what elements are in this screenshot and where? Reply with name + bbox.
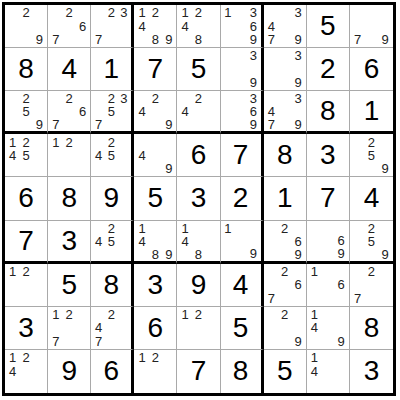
pencil-mark: 1 [308, 265, 321, 278]
pencil-mark: 2 [365, 135, 379, 148]
cell-r6c8[interactable]: 69 [307, 221, 350, 264]
pencil-mark: 7 [49, 335, 62, 348]
big-digit: 2 [320, 55, 336, 83]
pencil-marks: 49 [135, 135, 175, 175]
cell-r9c4[interactable]: 12 [134, 350, 177, 393]
pencil-mark: 2 [19, 265, 32, 278]
pencil-marks: 3479 [265, 6, 305, 46]
pencil-mark: 7 [49, 118, 62, 131]
pencil-mark: 2 [62, 6, 75, 19]
pencil-mark: 1 [308, 308, 321, 321]
big-digit: 7 [148, 55, 164, 83]
pencil-mark: 7 [351, 33, 365, 46]
cell-r7c9[interactable]: 27 [350, 264, 393, 307]
pencil-mark: 4 [265, 19, 278, 32]
pencil-mark: 9 [162, 162, 175, 175]
big-digit: 3 [18, 314, 34, 342]
pencil-mark: 3 [247, 6, 260, 19]
pencil-marks: 39 [222, 49, 260, 89]
pencil-marks: 12 [178, 308, 218, 348]
big-digit: 5 [61, 271, 77, 299]
cell-r1c7[interactable]: 3479 [264, 5, 307, 48]
big-digit: 8 [233, 357, 249, 385]
pencil-marks: 127 [49, 308, 89, 348]
big-digit: 6 [18, 184, 34, 212]
pencil-mark: 2 [105, 6, 118, 19]
pencil-marks: 245 [92, 222, 130, 260]
pencil-mark: 6 [335, 278, 348, 291]
big-digit: 7 [191, 357, 207, 385]
pencil-mark: 3 [291, 6, 304, 19]
cell-r7c4[interactable]: 3 [134, 264, 177, 307]
pencil-marks: 12 [6, 265, 46, 305]
cell-r6c9[interactable]: 259 [350, 221, 393, 264]
pencil-mark: 1 [6, 351, 19, 365]
big-digit: 5 [277, 357, 293, 385]
cell-r1c5[interactable]: 1248 [177, 5, 220, 48]
pencil-mark: 1 [178, 308, 191, 321]
cell-r8c5[interactable]: 12 [177, 307, 220, 350]
pencil-mark: 4 [6, 365, 19, 379]
pencil-mark: 2 [278, 265, 291, 278]
pencil-mark: 1 [308, 351, 321, 365]
pencil-mark: 9 [291, 118, 304, 131]
big-digit: 4 [233, 271, 249, 299]
big-digit: 3 [61, 227, 77, 255]
pencil-mark: 2 [149, 351, 162, 365]
pencil-mark: 9 [162, 118, 175, 131]
pencil-mark: 7 [265, 33, 278, 46]
cell-r7c2[interactable]: 5 [48, 264, 91, 307]
pencil-mark: 2 [105, 135, 118, 148]
big-digit: 6 [191, 141, 207, 169]
cell-r3c6[interactable]: 369 [221, 91, 264, 134]
pencil-mark: 9 [247, 118, 260, 131]
pencil-marks: 249 [135, 92, 175, 130]
pencil-mark: 2 [105, 222, 118, 235]
cell-r6c1[interactable]: 7 [5, 221, 48, 264]
pencil-mark: 6 [76, 105, 89, 118]
pencil-mark: 9 [33, 33, 46, 46]
pencil-mark: 7 [265, 118, 278, 131]
pencil-mark: 4 [135, 105, 148, 118]
pencil-marks: 148 [178, 222, 218, 260]
big-digit: 8 [18, 55, 34, 83]
big-digit: 6 [364, 55, 380, 83]
cell-r6c4[interactable]: 1489 [134, 221, 177, 264]
big-digit: 6 [148, 314, 164, 342]
cell-r3c2[interactable]: 267 [48, 91, 91, 134]
cell-r5c3[interactable]: 9 [91, 177, 134, 220]
pencil-mark: 9 [378, 33, 392, 46]
cell-r3c7[interactable]: 3479 [264, 91, 307, 134]
pencil-mark: 9 [291, 248, 304, 261]
pencil-mark: 9 [291, 33, 304, 46]
pencil-mark: 1 [222, 6, 235, 19]
pencil-mark: 5 [365, 149, 379, 162]
pencil-mark: 1 [135, 6, 148, 19]
pencil-mark: 3 [118, 92, 131, 105]
cell-r1c6[interactable]: 1369 [221, 5, 264, 48]
pencil-mark: 6 [247, 19, 260, 32]
pencil-marks: 12489 [135, 6, 175, 46]
pencil-mark: 4 [92, 235, 105, 248]
cell-r9c5[interactable]: 7 [177, 350, 220, 393]
cell-r4c6[interactable]: 7 [221, 134, 264, 177]
cell-r1c2[interactable]: 267 [48, 5, 91, 48]
pencil-marks: 27 [351, 265, 392, 305]
pencil-mark: 2 [19, 351, 32, 365]
cell-r9c1[interactable]: 124 [5, 350, 48, 393]
cell-r4c8[interactable]: 3 [307, 134, 350, 177]
cell-r9c6[interactable]: 8 [221, 350, 264, 393]
pencil-mark: 2 [278, 308, 291, 321]
pencil-marks: 1248 [178, 6, 218, 46]
pencil-mark: 8 [149, 248, 162, 261]
pencil-mark: 8 [192, 248, 205, 261]
pencil-mark: 6 [291, 235, 304, 248]
pencil-marks: 69 [308, 222, 348, 260]
big-digit: 8 [364, 314, 380, 342]
pencil-marks: 14 [308, 351, 348, 392]
pencil-marks: 247 [92, 308, 130, 348]
big-digit: 5 [191, 55, 207, 83]
cell-r2c7[interactable]: 39 [264, 48, 307, 91]
pencil-mark: 7 [265, 291, 278, 304]
cell-r5c9[interactable]: 4 [350, 177, 393, 220]
big-digit: 7 [18, 227, 34, 255]
pencil-marks: 29 [6, 6, 46, 46]
big-digit: 2 [233, 184, 249, 212]
pencil-mark: 6 [291, 278, 304, 291]
cell-r6c2[interactable]: 3 [48, 221, 91, 264]
pencil-mark: 2 [62, 135, 75, 148]
cell-r9c2[interactable]: 9 [48, 350, 91, 393]
pencil-mark: 6 [335, 234, 348, 247]
pencil-mark: 8 [149, 33, 162, 46]
pencil-marks: 3479 [265, 92, 305, 130]
big-digit: 3 [191, 184, 207, 212]
pencil-marks: 149 [308, 308, 348, 348]
cell-r7c5[interactable]: 9 [177, 264, 220, 307]
pencil-marks: 24 [178, 92, 218, 130]
big-digit: 4 [61, 55, 77, 83]
cell-r4c3[interactable]: 245 [91, 134, 134, 177]
pencil-mark: 1 [178, 222, 191, 235]
big-digit: 8 [277, 141, 293, 169]
cell-r8c8[interactable]: 149 [307, 307, 350, 350]
pencil-marks: 267 [265, 265, 305, 305]
pencil-mark: 5 [105, 149, 118, 162]
pencil-mark: 2 [149, 92, 162, 105]
big-digit: 3 [320, 141, 336, 169]
big-digit: 4 [364, 184, 380, 212]
pencil-marks: 12 [135, 351, 175, 392]
pencil-mark: 2 [19, 6, 32, 19]
cell-r5c5[interactable]: 3 [177, 177, 220, 220]
cell-r1c8[interactable]: 5 [307, 5, 350, 48]
pencil-marks: 19 [222, 222, 260, 260]
pencil-mark: 2 [192, 6, 205, 19]
cell-r9c7[interactable]: 5 [264, 350, 307, 393]
pencil-mark: 1 [222, 222, 235, 235]
cell-r8c6[interactable]: 5 [221, 307, 264, 350]
pencil-mark: 9 [247, 33, 260, 46]
pencil-mark: 7 [92, 118, 105, 131]
pencil-mark: 5 [19, 149, 32, 162]
pencil-marks: 1245 [6, 135, 46, 175]
cell-r5c6[interactable]: 2 [221, 177, 264, 220]
pencil-mark: 6 [76, 19, 89, 32]
big-digit: 3 [148, 271, 164, 299]
pencil-marks: 12 [49, 135, 89, 175]
cell-r5c7[interactable]: 1 [264, 177, 307, 220]
pencil-marks: 259 [6, 92, 46, 130]
big-digit: 1 [103, 55, 119, 83]
pencil-mark: 3 [291, 49, 304, 62]
pencil-mark: 4 [6, 149, 19, 162]
big-digit: 8 [320, 97, 336, 125]
big-digit: 5 [320, 12, 336, 40]
pencil-marks: 269 [265, 222, 305, 260]
cell-r7c3[interactable]: 8 [91, 264, 134, 307]
cell-r1c1[interactable]: 29 [5, 5, 48, 48]
pencil-mark: 4 [178, 19, 191, 32]
pencil-mark: 7 [92, 33, 105, 46]
cell-r4c5[interactable]: 6 [177, 134, 220, 177]
cell-r8c7[interactable]: 29 [264, 307, 307, 350]
pencil-mark: 9 [378, 248, 392, 261]
pencil-mark: 9 [162, 248, 175, 261]
big-digit: 5 [148, 184, 164, 212]
pencil-marks: 237 [92, 6, 130, 46]
cell-r2c1[interactable]: 8 [5, 48, 48, 91]
pencil-mark: 4 [92, 149, 105, 162]
pencil-mark: 2 [365, 222, 379, 235]
pencil-mark: 1 [6, 265, 19, 278]
pencil-marks: 259 [351, 222, 392, 260]
cell-r6c3[interactable]: 245 [91, 221, 134, 264]
pencil-mark: 2 [19, 135, 32, 148]
pencil-marks: 1489 [135, 222, 175, 260]
cell-r1c3[interactable]: 237 [91, 5, 134, 48]
cell-r1c4[interactable]: 12489 [134, 5, 177, 48]
cell-r7c7[interactable]: 267 [264, 264, 307, 307]
cell-r8c2[interactable]: 127 [48, 307, 91, 350]
big-digit: 1 [364, 97, 380, 125]
pencil-mark: 4 [135, 235, 148, 248]
pencil-mark: 7 [351, 291, 365, 304]
pencil-mark: 4 [178, 105, 191, 118]
pencil-mark: 2 [278, 222, 291, 235]
big-digit: 9 [61, 357, 77, 385]
cell-r4c2[interactable]: 12 [48, 134, 91, 177]
cell-r2c6[interactable]: 39 [221, 48, 264, 91]
pencil-mark: 4 [135, 19, 148, 32]
cell-r3c3[interactable]: 2357 [91, 91, 134, 134]
pencil-mark: 2 [105, 308, 118, 321]
pencil-mark: 4 [308, 365, 321, 379]
pencil-mark: 5 [365, 235, 379, 248]
big-digit: 3 [364, 357, 380, 385]
big-digit: 5 [233, 314, 249, 342]
pencil-mark: 9 [33, 118, 46, 131]
pencil-marks: 267 [49, 92, 89, 130]
pencil-mark: 9 [162, 33, 175, 46]
big-digit: 7 [233, 141, 249, 169]
big-digit: 8 [61, 184, 77, 212]
pencil-marks: 267 [49, 6, 89, 46]
pencil-mark: 3 [118, 6, 131, 19]
pencil-mark: 2 [192, 92, 205, 105]
pencil-mark: 9 [247, 76, 260, 89]
pencil-marks: 16 [308, 265, 348, 305]
cell-r3c5[interactable]: 24 [177, 91, 220, 134]
pencil-marks: 1369 [222, 6, 260, 46]
pencil-marks: 259 [351, 135, 392, 175]
pencil-mark: 8 [192, 33, 205, 46]
pencil-mark: 9 [335, 247, 348, 260]
big-digit: 9 [191, 271, 207, 299]
cell-r9c3[interactable]: 6 [91, 350, 134, 393]
big-digit: 9 [103, 184, 119, 212]
pencil-marks: 245 [92, 135, 130, 175]
cell-r4c9[interactable]: 259 [350, 134, 393, 177]
cell-r5c4[interactable]: 5 [134, 177, 177, 220]
cell-r2c2[interactable]: 4 [48, 48, 91, 91]
cell-r4c1[interactable]: 1245 [5, 134, 48, 177]
pencil-mark: 1 [49, 135, 62, 148]
pencil-mark: 3 [247, 49, 260, 62]
pencil-marks: 2357 [92, 92, 130, 130]
pencil-mark: 2 [149, 6, 162, 19]
pencil-mark: 2 [62, 92, 75, 105]
sudoku-board: 2926723712489124813693479579841753939262… [2, 2, 396, 396]
pencil-mark: 9 [291, 76, 304, 89]
cell-r8c9[interactable]: 8 [350, 307, 393, 350]
big-digit: 6 [103, 357, 119, 385]
cell-r6c5[interactable]: 148 [177, 221, 220, 264]
cell-r9c9[interactable]: 3 [350, 350, 393, 393]
pencil-mark: 1 [6, 135, 19, 148]
cell-r4c7[interactable]: 8 [264, 134, 307, 177]
big-digit: 8 [103, 271, 119, 299]
big-digit: 1 [277, 184, 293, 212]
cell-r5c8[interactable]: 7 [307, 177, 350, 220]
cell-r3c8[interactable]: 8 [307, 91, 350, 134]
pencil-mark: 9 [291, 335, 304, 348]
pencil-mark: 2 [192, 308, 205, 321]
pencil-marks: 369 [222, 92, 260, 130]
pencil-mark: 7 [49, 33, 62, 46]
cell-r7c6[interactable]: 4 [221, 264, 264, 307]
pencil-marks: 39 [265, 49, 305, 89]
cell-r2c8[interactable]: 2 [307, 48, 350, 91]
pencil-mark: 2 [62, 308, 75, 321]
cell-r3c1[interactable]: 259 [5, 91, 48, 134]
cell-r9c8[interactable]: 14 [307, 350, 350, 393]
cell-r2c4[interactable]: 7 [134, 48, 177, 91]
pencil-mark: 4 [135, 149, 148, 162]
pencil-mark: 4 [92, 321, 105, 334]
cell-r8c4[interactable]: 6 [134, 307, 177, 350]
pencil-mark: 3 [291, 92, 304, 105]
pencil-mark: 9 [378, 162, 392, 175]
cell-r5c1[interactable]: 6 [5, 177, 48, 220]
cell-r2c9[interactable]: 6 [350, 48, 393, 91]
pencil-mark: 1 [135, 222, 148, 235]
cell-r3c4[interactable]: 249 [134, 91, 177, 134]
pencil-marks: 124 [6, 351, 46, 392]
pencil-mark: 5 [105, 235, 118, 248]
pencil-mark: 1 [49, 308, 62, 321]
pencil-mark: 5 [19, 105, 32, 118]
pencil-mark: 9 [247, 247, 260, 260]
cell-r3c9[interactable]: 1 [350, 91, 393, 134]
pencil-mark: 1 [135, 351, 148, 365]
cell-r7c8[interactable]: 16 [307, 264, 350, 307]
pencil-mark: 4 [178, 235, 191, 248]
cell-r8c3[interactable]: 247 [91, 307, 134, 350]
cell-r8c1[interactable]: 3 [5, 307, 48, 350]
pencil-mark: 5 [105, 105, 118, 118]
big-digit: 7 [320, 184, 336, 212]
cell-r4c4[interactable]: 49 [134, 134, 177, 177]
pencil-mark: 9 [335, 335, 348, 348]
pencil-marks: 79 [351, 6, 392, 46]
cell-r2c5[interactable]: 5 [177, 48, 220, 91]
pencil-mark: 1 [178, 6, 191, 19]
cell-r2c3[interactable]: 1 [91, 48, 134, 91]
cell-r1c9[interactable]: 79 [350, 5, 393, 48]
pencil-marks: 29 [265, 308, 305, 348]
cell-r6c6[interactable]: 19 [221, 221, 264, 264]
pencil-mark: 2 [365, 265, 379, 278]
cell-r5c2[interactable]: 8 [48, 177, 91, 220]
pencil-mark: 4 [308, 321, 321, 334]
cell-r7c1[interactable]: 12 [5, 264, 48, 307]
cell-r6c7[interactable]: 269 [264, 221, 307, 264]
pencil-mark: 7 [92, 335, 105, 348]
